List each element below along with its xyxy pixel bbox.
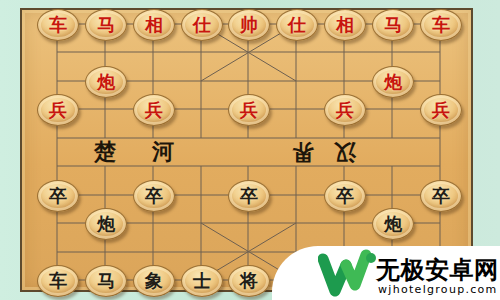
- xiangqi-game-screen: 楚河 汉界 车马相仕帅仕相马车炮炮兵兵兵兵兵卒卒卒卒卒炮炮车马象士将士象马车 无…: [0, 0, 500, 300]
- piece-red-帅-f5r1[interactable]: 帅: [228, 9, 270, 41]
- piece-black-卒-f7r7[interactable]: 卒: [324, 180, 366, 212]
- piece-black-卒-f5r7[interactable]: 卒: [228, 180, 270, 212]
- piece-red-兵-f3r4[interactable]: 兵: [133, 94, 175, 126]
- piece-black-卒-f1r7[interactable]: 卒: [37, 180, 79, 212]
- piece-red-炮-f8r3[interactable]: 炮: [372, 66, 414, 98]
- piece-black-象-f3r10[interactable]: 象: [133, 265, 175, 297]
- piece-black-炮-f8r8[interactable]: 炮: [372, 208, 414, 240]
- piece-red-车-f9r1[interactable]: 车: [420, 9, 462, 41]
- piece-red-兵-f5r4[interactable]: 兵: [228, 94, 270, 126]
- piece-red-马-f2r1[interactable]: 马: [85, 9, 127, 41]
- piece-red-炮-f2r3[interactable]: 炮: [85, 66, 127, 98]
- piece-red-仕-f6r1[interactable]: 仕: [276, 9, 318, 41]
- piece-black-士-f4r10[interactable]: 士: [181, 265, 223, 297]
- piece-black-将-f5r10[interactable]: 将: [228, 265, 270, 297]
- watermark-w-logo-icon: [318, 249, 376, 300]
- watermark-domain: wjhotelgroup.com: [378, 283, 498, 296]
- piece-red-仕-f4r1[interactable]: 仕: [181, 9, 223, 41]
- piece-red-车-f1r1[interactable]: 车: [37, 9, 79, 41]
- piece-black-马-f2r10[interactable]: 马: [85, 265, 127, 297]
- piece-red-兵-f7r4[interactable]: 兵: [324, 94, 366, 126]
- piece-black-车-f1r10[interactable]: 车: [37, 265, 79, 297]
- piece-red-相-f7r1[interactable]: 相: [324, 9, 366, 41]
- piece-red-马-f8r1[interactable]: 马: [372, 9, 414, 41]
- watermark-badge: 无极安卓网 wjhotelgroup.com: [272, 246, 500, 300]
- watermark-site-name: 无极安卓网: [376, 254, 500, 286]
- piece-red-兵-f9r4[interactable]: 兵: [420, 94, 462, 126]
- piece-red-相-f3r1[interactable]: 相: [133, 9, 175, 41]
- piece-black-卒-f3r7[interactable]: 卒: [133, 180, 175, 212]
- piece-red-兵-f1r4[interactable]: 兵: [37, 94, 79, 126]
- watermark-logo-dot: [366, 253, 376, 263]
- piece-black-炮-f2r8[interactable]: 炮: [85, 208, 127, 240]
- piece-black-卒-f9r7[interactable]: 卒: [420, 180, 462, 212]
